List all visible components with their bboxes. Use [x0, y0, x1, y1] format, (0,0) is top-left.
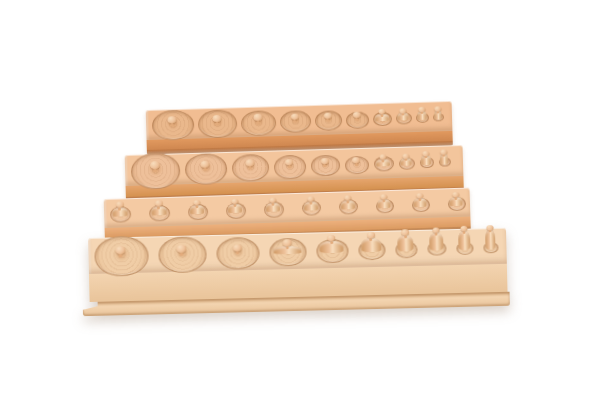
cylinder-knob[interactable]: [285, 159, 293, 168]
knob-cap: [176, 245, 186, 253]
block-2-cylinder-4[interactable]: [274, 154, 305, 177]
cylinder-knob[interactable]: [149, 160, 159, 171]
cylinder-knob[interactable]: [167, 116, 176, 126]
knob-stem: [404, 158, 407, 160]
block-4-cylinder-2[interactable]: [158, 236, 205, 271]
knob-stem: [330, 241, 333, 244]
knob-stem: [488, 230, 491, 232]
cylinder-knob[interactable]: [380, 194, 387, 202]
block-2-cylinder-6[interactable]: [345, 155, 367, 172]
montessori-cylinder-blocks-scene: [0, 0, 600, 399]
block-1-cylinder-2[interactable]: [198, 109, 236, 136]
cylinder-knob[interactable]: [327, 235, 335, 244]
block-4-cylinder-4[interactable]: [269, 238, 305, 265]
cylinder-knob[interactable]: [307, 196, 314, 204]
cylinder-knob[interactable]: [486, 225, 493, 232]
knob-stem: [157, 206, 160, 209]
cylinder-knob[interactable]: [290, 113, 298, 122]
knob-stem: [462, 231, 465, 234]
cylinder-knob[interactable]: [399, 108, 406, 115]
block-2-cylinder-2[interactable]: [185, 153, 226, 183]
cylinder-knob[interactable]: [418, 107, 425, 114]
cylinder-knob[interactable]: [352, 112, 360, 121]
knob-stem: [287, 165, 290, 168]
block-4-cylinder-5[interactable]: [316, 239, 347, 262]
cylinder-knob[interactable]: [154, 200, 162, 209]
cylinder-knob[interactable]: [352, 157, 360, 166]
knob-stem: [153, 169, 157, 172]
cylinder-knob[interactable]: [115, 201, 123, 210]
knob-stem: [179, 253, 183, 256]
block-3-cylinder-8[interactable]: [376, 198, 392, 210]
cylinder-knob[interactable]: [422, 150, 429, 157]
block-3-cylinder-9[interactable]: [412, 197, 428, 209]
cylinder-knob[interactable]: [253, 114, 262, 124]
knob-stem: [293, 120, 296, 123]
knob-stem: [248, 166, 251, 169]
block-1-cylinder-3[interactable]: [241, 110, 275, 134]
block-1-cylinder-7[interactable]: [373, 112, 390, 124]
cylinder-knob[interactable]: [282, 239, 291, 249]
block-3-cylinder-5[interactable]: [264, 201, 282, 216]
cylinder-knob[interactable]: [367, 232, 375, 241]
knob-stem: [354, 163, 357, 166]
knob-stem: [235, 251, 238, 254]
knob-stem: [381, 159, 384, 162]
knob-stem: [401, 113, 404, 115]
knob-stem: [256, 121, 259, 124]
knob-stem: [380, 114, 383, 117]
cylinder-knob[interactable]: [245, 159, 254, 169]
knob-stem: [195, 205, 198, 208]
knob-stem: [118, 207, 121, 210]
knob-stem: [215, 122, 218, 125]
knob-stem: [404, 235, 407, 238]
block-1-cylinder-10[interactable]: [433, 113, 442, 119]
knob-stem: [204, 167, 207, 170]
knob-stem: [382, 199, 385, 202]
cylinder-knob[interactable]: [402, 153, 409, 160]
knob-stem: [309, 201, 312, 204]
cylinder-knob[interactable]: [176, 245, 186, 256]
block-2-cylinder-10[interactable]: [439, 157, 449, 164]
block-4-cylinder-6[interactable]: [358, 240, 383, 259]
knob-stem: [323, 164, 326, 167]
block-4-cylinder-9[interactable]: [456, 241, 471, 252]
block-2-cylinder-1[interactable]: [131, 152, 179, 187]
knob-stem: [418, 198, 421, 201]
knob-stem: [346, 200, 349, 203]
knob-stem: [442, 154, 445, 156]
knob-stem: [454, 196, 457, 199]
cylinder-knob[interactable]: [269, 197, 276, 205]
block-3-cylinder-10[interactable]: [448, 196, 464, 208]
block-1-cylinder-5[interactable]: [315, 110, 341, 129]
block-2-cylinder-8[interactable]: [399, 157, 413, 167]
knob-stem: [326, 119, 329, 122]
knob-stem: [424, 156, 427, 158]
knob-stem: [119, 254, 123, 257]
cylinder-knob[interactable]: [232, 244, 241, 254]
block-2-cylinder-9[interactable]: [420, 157, 432, 166]
block-4-cylinder-3[interactable]: [216, 237, 258, 268]
block-1-cylinder-4[interactable]: [280, 110, 310, 131]
block-3-cylinder-6[interactable]: [302, 200, 319, 214]
block-2-cylinder-7[interactable]: [374, 156, 392, 170]
cylinder-knob[interactable]: [200, 160, 209, 170]
knob-stem: [233, 203, 236, 206]
knob-stem: [171, 123, 174, 126]
block-3-cylinder-3[interactable]: [188, 203, 206, 218]
knob-cap: [115, 246, 125, 254]
cylinder-knob[interactable]: [193, 199, 200, 207]
cylinder-knob[interactable]: [323, 113, 331, 122]
knob-stem: [420, 112, 423, 114]
block-4-cylinder-8[interactable]: [427, 241, 444, 253]
cylinder-knob[interactable]: [440, 149, 447, 156]
cylinder-knob[interactable]: [401, 229, 409, 238]
cylinder-knob[interactable]: [231, 198, 238, 206]
block-2-cylinder-3[interactable]: [232, 154, 268, 180]
knob-stem: [355, 118, 358, 121]
block-3-cylinder-4[interactable]: [226, 202, 244, 217]
cylinder-knob[interactable]: [212, 115, 221, 125]
knob-stem: [436, 111, 439, 113]
cylinder-block-4[interactable]: [88, 228, 508, 316]
block-1-cylinder-1[interactable]: [152, 110, 193, 139]
knob-stem: [434, 232, 437, 235]
block-2-cylinder-5[interactable]: [311, 155, 339, 175]
cylinder-knob[interactable]: [379, 154, 386, 162]
block-4-cylinder-10[interactable]: [483, 242, 496, 251]
cylinder-knob[interactable]: [416, 192, 423, 200]
block-1-cylinder-6[interactable]: [346, 111, 367, 127]
cylinder-knob[interactable]: [378, 109, 385, 117]
cylinder-knob[interactable]: [344, 195, 351, 203]
knob-stem: [369, 238, 372, 241]
cylinder-knob[interactable]: [320, 157, 328, 166]
block-1-cylinder-8[interactable]: [396, 112, 410, 122]
knob-stem: [271, 202, 274, 205]
knob-cap: [149, 160, 159, 168]
block-3-cylinder-7[interactable]: [339, 199, 356, 213]
cylinder-knob[interactable]: [115, 246, 125, 257]
knob-stem: [285, 246, 288, 249]
block-1-cylinder-9[interactable]: [416, 113, 427, 121]
cylinder-knob[interactable]: [460, 226, 467, 234]
block-3-cylinder-1[interactable]: [110, 206, 129, 221]
block-4-cylinder-1[interactable]: [94, 236, 147, 275]
cylinder-knob[interactable]: [434, 106, 441, 113]
block-4-cylinder-7[interactable]: [395, 241, 415, 256]
cylinder-knob[interactable]: [432, 227, 439, 235]
block-3-cylinder-2[interactable]: [149, 205, 168, 220]
cylinder-knob[interactable]: [452, 191, 459, 199]
